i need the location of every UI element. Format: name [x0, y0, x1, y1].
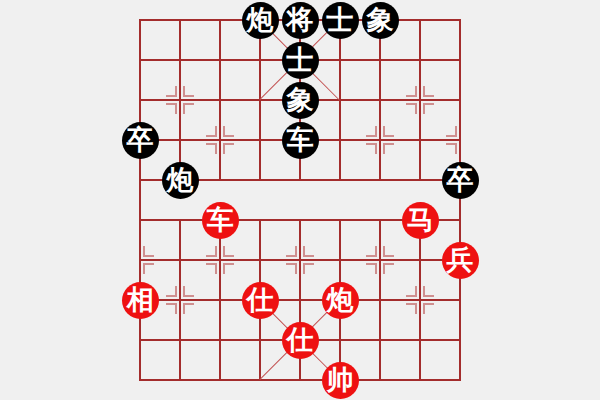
point-marker: [383, 246, 394, 257]
grid-line: [179, 219, 181, 381]
point-marker: [406, 303, 417, 314]
point-marker: [366, 263, 377, 274]
point-marker: [223, 143, 234, 154]
black-soldier[interactable]: 卒: [442, 162, 479, 199]
point-marker: [423, 86, 434, 97]
point-marker: [183, 303, 194, 314]
point-marker: [166, 286, 177, 297]
point-marker: [366, 246, 377, 257]
black-cannon[interactable]: 炮: [242, 2, 279, 39]
grid-line: [219, 19, 221, 181]
point-marker: [183, 103, 194, 114]
black-soldier[interactable]: 卒: [122, 122, 159, 159]
point-marker: [286, 246, 297, 257]
point-marker: [166, 103, 177, 114]
point-marker: [286, 263, 297, 274]
black-advisor[interactable]: 士: [282, 42, 319, 79]
point-marker: [446, 126, 457, 137]
black-cannon[interactable]: 炮: [162, 162, 199, 199]
point-marker: [143, 246, 154, 257]
point-marker: [423, 103, 434, 114]
point-marker: [303, 263, 314, 274]
xiangqi-app: 炮将士象士象卒车炮卒车马兵相仕炮仕帅: [0, 0, 600, 400]
point-marker: [183, 86, 194, 97]
red-elephant[interactable]: 相: [122, 282, 159, 319]
red-advisor[interactable]: 仕: [282, 322, 319, 359]
point-marker: [406, 103, 417, 114]
grid-line: [219, 219, 221, 381]
point-marker: [383, 126, 394, 137]
point-marker: [223, 263, 234, 274]
point-marker: [366, 143, 377, 154]
point-marker: [206, 246, 217, 257]
grid-line: [419, 219, 421, 381]
grid-line: [179, 19, 181, 181]
red-cannon[interactable]: 炮: [322, 282, 359, 319]
red-soldier[interactable]: 兵: [442, 242, 479, 279]
point-marker: [223, 246, 234, 257]
point-marker: [183, 286, 194, 297]
black-chariot[interactable]: 车: [282, 122, 319, 159]
point-marker: [143, 263, 154, 274]
black-advisor[interactable]: 士: [322, 2, 359, 39]
red-advisor[interactable]: 仕: [242, 282, 279, 319]
black-elephant[interactable]: 象: [362, 2, 399, 39]
red-general[interactable]: 帅: [322, 362, 359, 399]
point-marker: [166, 303, 177, 314]
grid-line: [459, 19, 461, 381]
red-horse[interactable]: 马: [402, 202, 439, 239]
red-chariot[interactable]: 车: [202, 202, 239, 239]
xiangqi-board[interactable]: 炮将士象士象卒车炮卒车马兵相仕炮仕帅: [0, 0, 600, 400]
point-marker: [206, 126, 217, 137]
point-marker: [303, 246, 314, 257]
grid-line: [379, 219, 381, 381]
point-marker: [366, 126, 377, 137]
point-marker: [206, 143, 217, 154]
grid-line: [419, 19, 421, 181]
point-marker: [383, 143, 394, 154]
point-marker: [423, 303, 434, 314]
black-general[interactable]: 将: [282, 2, 319, 39]
point-marker: [223, 126, 234, 137]
point-marker: [446, 143, 457, 154]
grid-line: [139, 19, 141, 381]
grid-line: [379, 19, 381, 181]
black-elephant[interactable]: 象: [282, 82, 319, 119]
point-marker: [166, 86, 177, 97]
point-marker: [406, 86, 417, 97]
point-marker: [206, 263, 217, 274]
point-marker: [383, 263, 394, 274]
point-marker: [423, 286, 434, 297]
point-marker: [406, 286, 417, 297]
